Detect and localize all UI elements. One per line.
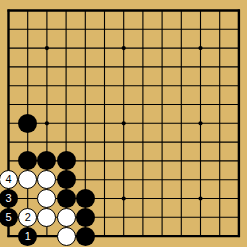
stone-white [18,170,37,189]
stone-white [37,170,56,189]
stone-white-move-4: 4 [0,170,18,189]
move-number-label: 1 [25,227,31,246]
stone-black [57,151,76,170]
stone-black [76,208,95,227]
stone-white [37,208,56,227]
stone-black [37,151,56,170]
stone-black [57,189,76,208]
move-number-label: 5 [5,208,11,227]
stone-black [18,151,37,170]
stone-white [57,208,76,227]
stone-black [76,189,95,208]
move-number-label: 4 [5,170,11,189]
move-number-label: 3 [5,189,11,208]
stone-black-move-5: 5 [0,208,18,227]
go-board[interactable]: 43521 [0,0,247,247]
stone-white [57,227,76,246]
stone-white [37,189,56,208]
stone-black-move-1: 1 [18,227,37,246]
stone-black [57,170,76,189]
stone-white-move-2: 2 [18,208,37,227]
move-number-label: 2 [25,208,31,227]
stone-black [18,114,37,133]
stone-black [76,227,95,246]
stone-black-move-3: 3 [0,189,18,208]
stones-layer: 43521 [0,1,247,245]
